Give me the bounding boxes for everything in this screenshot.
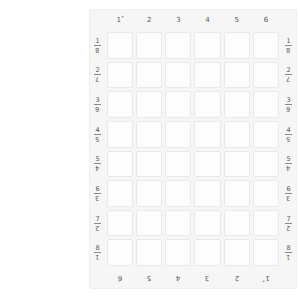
- game-board: 1*23456 1827364554637281 182736455463728…: [89, 9, 297, 289]
- cell-c5r7[interactable]: [224, 210, 250, 237]
- corner-spacer-bottom-left: [90, 268, 105, 288]
- cell-c5r8[interactable]: [224, 239, 250, 266]
- rank-number-near: 6: [285, 186, 292, 194]
- cell-c1r7[interactable]: [107, 210, 133, 237]
- cell-c5r5[interactable]: [224, 151, 250, 178]
- coordinate-number: 3: [205, 274, 209, 282]
- board-cells: [105, 30, 281, 268]
- cell-c2r6[interactable]: [136, 180, 162, 207]
- cell-c5r3[interactable]: [224, 91, 250, 118]
- cell-c4r1[interactable]: [194, 32, 220, 59]
- cell-c5r4[interactable]: [224, 121, 250, 148]
- column-label-top-6: 6: [253, 10, 279, 30]
- rank-number-far-rotated: 6: [95, 105, 99, 112]
- cell-c6r2[interactable]: [253, 62, 279, 89]
- cell-c4r4[interactable]: [194, 121, 220, 148]
- row-label-right-4: 45: [281, 121, 296, 148]
- cell-c4r6[interactable]: [194, 180, 220, 207]
- rank-number-far-rotated: 3: [95, 194, 99, 201]
- rank-number-far-rotated: 7: [95, 75, 99, 82]
- row-label-left-1: 18: [90, 32, 105, 59]
- row-label-right-2: 27: [281, 62, 296, 89]
- cell-c3r5[interactable]: [165, 151, 191, 178]
- rank-number-far-rotated: 4: [286, 164, 290, 171]
- cell-c2r3[interactable]: [136, 91, 162, 118]
- corner-spacer-bottom-right: [281, 268, 296, 288]
- row-label-right-7: 72: [281, 210, 296, 237]
- coordinate-number: 2: [235, 274, 239, 282]
- cell-c4r7[interactable]: [194, 210, 220, 237]
- cell-c6r1[interactable]: [253, 32, 279, 59]
- rank-number-near: 1: [94, 38, 101, 46]
- rank-number-far-rotated: 4: [95, 164, 99, 171]
- coordinate-number: 4: [205, 16, 209, 24]
- cell-c3r1[interactable]: [165, 32, 191, 59]
- cell-c3r4[interactable]: [165, 121, 191, 148]
- column-label-bottom-3: 3: [194, 268, 220, 288]
- bottom-coordinate-band: 654321*: [105, 268, 281, 288]
- coordinate-number: 6: [264, 16, 268, 24]
- cell-c4r2[interactable]: [194, 62, 220, 89]
- column-label-top-1: 1*: [107, 10, 133, 30]
- coordinate-number: 4: [176, 274, 180, 282]
- cell-c3r6[interactable]: [165, 180, 191, 207]
- cell-c2r8[interactable]: [136, 239, 162, 266]
- cell-c3r2[interactable]: [165, 62, 191, 89]
- cell-c5r6[interactable]: [224, 180, 250, 207]
- coordinate-number: 5: [235, 16, 239, 24]
- corner-spacer-top-right: [281, 10, 296, 30]
- rank-number-near: 3: [285, 97, 292, 105]
- rank-number-far-rotated: 2: [95, 224, 99, 231]
- rank-number-far-rotated: 8: [95, 46, 99, 53]
- rank-number-near: 6: [94, 186, 101, 194]
- column-label-bottom-2: 2: [224, 268, 250, 288]
- column-label-top-2: 2: [136, 10, 162, 30]
- cell-c6r7[interactable]: [253, 210, 279, 237]
- row-label-left-8: 81: [90, 239, 105, 266]
- coordinate-number: 1: [265, 274, 269, 282]
- rank-number-near: 7: [94, 216, 101, 224]
- cell-c1r3[interactable]: [107, 91, 133, 118]
- rank-number-far-rotated: 3: [286, 194, 290, 201]
- cell-c6r8[interactable]: [253, 239, 279, 266]
- rank-number-far-rotated: 8: [286, 46, 290, 53]
- cell-c6r4[interactable]: [253, 121, 279, 148]
- row-label-left-5: 54: [90, 151, 105, 178]
- cell-c4r3[interactable]: [194, 91, 220, 118]
- rank-number-near: 4: [285, 127, 292, 135]
- rank-number-near: 8: [94, 245, 101, 253]
- row-label-left-3: 36: [90, 91, 105, 118]
- cell-c4r5[interactable]: [194, 151, 220, 178]
- coordinate-superscript-mark: *: [121, 16, 123, 20]
- rank-number-far-rotated: 2: [286, 224, 290, 231]
- row-label-left-4: 45: [90, 121, 105, 148]
- cell-c6r5[interactable]: [253, 151, 279, 178]
- rank-number-far-rotated: 5: [286, 135, 290, 142]
- corner-spacer-top-left: [90, 10, 105, 30]
- rank-number-far-rotated: 7: [286, 75, 290, 82]
- column-label-top-3: 3: [165, 10, 191, 30]
- cell-c3r3[interactable]: [165, 91, 191, 118]
- top-coordinate-band: 1*23456: [105, 10, 281, 30]
- coordinate-number: 5: [147, 274, 151, 282]
- rank-number-far-rotated: 1: [95, 253, 99, 260]
- rank-number-near: 4: [94, 127, 101, 135]
- cell-c2r4[interactable]: [136, 121, 162, 148]
- row-label-right-8: 81: [281, 239, 296, 266]
- cell-c5r1[interactable]: [224, 32, 250, 59]
- rank-number-near: 3: [94, 97, 101, 105]
- row-label-left-6: 63: [90, 180, 105, 207]
- row-label-left-7: 72: [90, 210, 105, 237]
- cell-c2r7[interactable]: [136, 210, 162, 237]
- coordinate-number: 3: [176, 16, 180, 24]
- cell-c6r6[interactable]: [253, 180, 279, 207]
- rank-number-near: 1: [285, 38, 292, 46]
- cell-c1r8[interactable]: [107, 239, 133, 266]
- cell-c1r5[interactable]: [107, 151, 133, 178]
- row-label-right-1: 18: [281, 32, 296, 59]
- coordinate-number: 6: [118, 274, 122, 282]
- row-label-right-6: 63: [281, 180, 296, 207]
- cell-c6r3[interactable]: [253, 91, 279, 118]
- column-label-bottom-1: 1*: [253, 268, 279, 288]
- column-label-top-5: 5: [224, 10, 250, 30]
- right-coordinate-band: 1827364554637281: [281, 30, 296, 268]
- cell-c1r4[interactable]: [107, 121, 133, 148]
- cell-c2r2[interactable]: [136, 62, 162, 89]
- coordinate-number: 1: [116, 16, 120, 24]
- cell-c5r2[interactable]: [224, 62, 250, 89]
- left-coordinate-band: 1827364554637281: [90, 30, 105, 268]
- column-label-bottom-6: 6: [107, 268, 133, 288]
- cell-c3r7[interactable]: [165, 210, 191, 237]
- cell-c4r8[interactable]: [194, 239, 220, 266]
- cell-c2r1[interactable]: [136, 32, 162, 59]
- row-label-right-3: 36: [281, 91, 296, 118]
- row-label-right-5: 54: [281, 151, 296, 178]
- column-label-top-4: 4: [194, 10, 220, 30]
- coordinate-number: 2: [147, 16, 151, 24]
- rank-number-far-rotated: 1: [286, 253, 290, 260]
- rank-number-near: 8: [285, 245, 292, 253]
- cell-c2r5[interactable]: [136, 151, 162, 178]
- rank-number-far-rotated: 6: [286, 105, 290, 112]
- cell-c1r2[interactable]: [107, 62, 133, 89]
- rank-number-near: 7: [285, 216, 292, 224]
- column-label-bottom-4: 4: [165, 268, 191, 288]
- rank-number-far-rotated: 5: [95, 135, 99, 142]
- column-label-bottom-5: 5: [136, 268, 162, 288]
- cell-c3r8[interactable]: [165, 239, 191, 266]
- cell-c1r6[interactable]: [107, 180, 133, 207]
- coordinate-superscript-mark: *: [262, 278, 264, 282]
- row-label-left-2: 27: [90, 62, 105, 89]
- cell-c1r1[interactable]: [107, 32, 133, 59]
